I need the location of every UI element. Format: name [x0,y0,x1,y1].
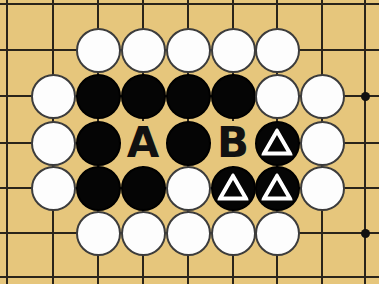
white-stone [255,211,300,256]
white-stone [31,74,76,119]
grid-line-horizontal [0,276,379,278]
black-stone [76,74,121,119]
white-stone [121,211,166,256]
black-stone [166,121,211,166]
go-board[interactable]: AB [0,0,379,284]
black-stone [211,74,256,119]
black-stone [76,121,121,166]
black-stone [166,74,211,119]
star-point-icon [361,229,370,238]
white-stone [76,28,121,73]
black-stone [121,74,166,119]
black-stone [76,166,121,211]
star-point-icon [361,92,370,101]
triangle-mark-icon [262,173,293,201]
white-stone [166,211,211,256]
white-stone [300,121,345,166]
white-stone [255,28,300,73]
black-stone-triangle-marked [211,166,256,211]
grid-line-horizontal [0,3,379,5]
white-stone [300,74,345,119]
white-stone [121,28,166,73]
white-stone [76,211,121,256]
white-stone [31,121,76,166]
white-stone [255,74,300,119]
white-stone [166,28,211,73]
white-stone [211,211,256,256]
white-stone [31,166,76,211]
black-stone [121,166,166,211]
triangle-mark-icon [218,173,249,201]
black-stone-triangle-marked [255,166,300,211]
black-stone-triangle-marked [255,121,300,166]
point-label-b: B [211,121,256,166]
point-label-a: A [121,121,166,166]
white-stone [211,28,256,73]
white-stone [166,166,211,211]
triangle-mark-icon [262,128,293,156]
white-stone [300,166,345,211]
